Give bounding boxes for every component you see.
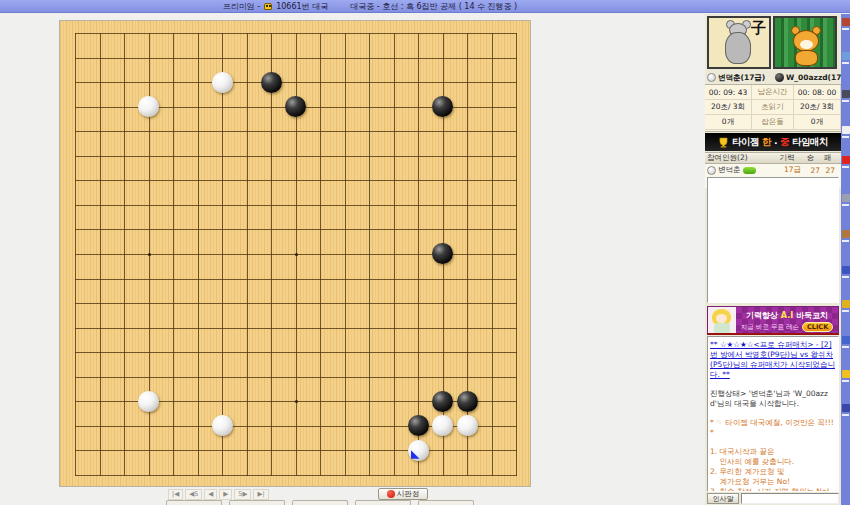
chat-message: 계가요청 거부는 No! (710, 477, 836, 487)
bottom-button[interactable] (166, 500, 222, 505)
player-names-row: 변덕춘(17급) W_00azzd(17급) (705, 71, 841, 84)
desktop-icon-label (842, 136, 849, 138)
premium-crown-icon (264, 3, 272, 10)
ad-line1: 기력향상 (746, 311, 778, 320)
grid-line-h (75, 279, 517, 280)
event-banner[interactable]: 타이젬 한·중 타임매치 (705, 133, 841, 151)
bottom-button[interactable] (229, 500, 285, 505)
white-player-avatar[interactable]: 子 (707, 16, 771, 69)
chat-input-field[interactable] (741, 493, 839, 504)
desktop-icon-label (842, 414, 849, 416)
grid-line-v (394, 33, 395, 476)
participant-wins: 27 (801, 166, 820, 175)
banner-text: · (774, 137, 777, 148)
desktop-icon[interactable] (842, 156, 850, 164)
chat-log[interactable]: ** ☆★☆★☆<프로 슈퍼매치> - [2]번 방에서 박영호(P9단)님 v… (707, 336, 839, 492)
byoyomi-label: 초읽기 (752, 100, 794, 115)
bottom-button[interactable] (355, 500, 411, 505)
desktop-icon-label (842, 240, 849, 242)
title-game-number: 10661번 대국 (276, 1, 328, 12)
stone-black-Q10 (432, 243, 453, 264)
member-list-area[interactable] (707, 177, 839, 303)
banner-text: 한 (762, 136, 771, 149)
stone-white-P2 (408, 440, 429, 461)
nav-button-4[interactable]: 5▶ (234, 489, 251, 500)
trophy-icon (718, 137, 729, 148)
chat-message[interactable]: ** ☆★☆★☆<프로 슈퍼매치> - [2]번 방에서 박영호(P9단)님 v… (710, 340, 836, 380)
grid-line-v (345, 33, 346, 476)
black-stone-icon (775, 73, 784, 82)
judge-button[interactable]: 시판정 (378, 488, 428, 500)
stone-white-G17 (212, 72, 233, 93)
participant-table-header: 참여인원(2) 기력 승 패 (705, 152, 841, 164)
stone-white-R3 (457, 415, 478, 436)
desktop-icon-label (842, 62, 849, 64)
black-player-name: W_00azzd(17급) (786, 73, 841, 83)
star-point (295, 400, 298, 403)
stone-black-R4 (457, 391, 478, 412)
ad-text-area: 기력향상 A.I 바둑코치 지금 바로 무료 레슨CLICK (736, 307, 838, 333)
desktop-edge (841, 14, 850, 505)
grid-line-v (516, 33, 517, 476)
stone-black-P3 (408, 415, 429, 436)
nav-button-1[interactable]: ◀5 (185, 489, 202, 500)
chat-message: 1. 대국시작과 끝은 (710, 447, 836, 457)
ad-line1b: 바둑코치 (796, 311, 828, 320)
anime-girl-face (716, 314, 727, 323)
black-player-name-cell: W_00azzd(17급) (773, 71, 841, 84)
chat-input-row: 인사말 (705, 493, 841, 505)
title-bar[interactable]: 프리미엄 - 10661번 대국 대국중 - 호선 : 흑 6집반 공제 ( 1… (0, 0, 850, 13)
participant-name: 변덕춘 (718, 165, 741, 175)
grid-line-h (75, 328, 517, 329)
white-stone-icon (707, 73, 716, 82)
desktop-icon[interactable] (842, 52, 850, 60)
chat-message: 2. 무리한 계가요청 및 (710, 467, 836, 477)
header-rank: 기력 (773, 153, 801, 163)
white-time: 00: 09: 43 (705, 85, 752, 100)
bottom-button[interactable] (292, 500, 348, 505)
tiger-body-icon (795, 50, 818, 66)
desktop-icon-label (842, 380, 849, 382)
desktop-icon[interactable] (842, 90, 850, 98)
clock-panel: 00: 09: 43 남은시간 00: 08: 00 20초/ 3회 초읽기 2… (705, 84, 841, 132)
nav-button-2[interactable]: ◀ (204, 489, 217, 500)
anime-girl-body (714, 323, 730, 334)
go-client-window: 프리미엄 - 10661번 대국 대국중 - 호선 : 흑 6집반 공제 ( 1… (0, 0, 850, 505)
desktop-icon-label (842, 276, 849, 278)
stone-black-J17 (261, 72, 282, 93)
go-board-grid[interactable] (75, 33, 517, 476)
white-stone-icon (707, 166, 716, 175)
table-row[interactable]: 변덕춘 17급 27 27 (705, 164, 841, 176)
chat-message: 진행상태> '변덕춘'님과 'W_00azzd'님의 대국을 시작합니다. (710, 389, 836, 409)
star-point (295, 253, 298, 256)
desktop-icon[interactable] (842, 18, 850, 26)
grid-line-h (75, 475, 517, 476)
white-player-name: 변덕춘(17급) (718, 73, 765, 83)
white-player-name-cell: 변덕춘(17급) (705, 71, 773, 84)
stone-black-Q16 (432, 96, 453, 117)
desktop-icon[interactable] (842, 370, 850, 378)
ad-click-button[interactable]: CLICK (802, 322, 833, 332)
grid-line-h (75, 377, 517, 378)
sidebar: 子 변덕춘(17급) W_00azzd(17급) 00: 09: 43 남은시간… (705, 14, 841, 505)
judge-icon (387, 490, 395, 498)
grid-line-h (75, 450, 517, 451)
stone-black-Q4 (432, 391, 453, 412)
desktop-icon-label (842, 204, 849, 206)
go-board-panel (59, 20, 531, 487)
chat-message: 인사의 예를 갖춥니다. (710, 457, 836, 467)
title-prefix: 프리미엄 - (223, 1, 260, 12)
desktop-icon-label (842, 346, 849, 348)
participant-losses: 27 (820, 166, 837, 175)
time-label: 남은시간 (752, 85, 794, 100)
nav-button-5[interactable]: ▶| (253, 489, 268, 500)
header-participants: 참여인원(2) (705, 153, 773, 163)
stone-white-G3 (212, 415, 233, 436)
tiger-muzzle-icon (800, 40, 813, 49)
move-navigation: |◀◀5◀▶5▶▶| (168, 489, 269, 500)
desktop-icon[interactable] (842, 266, 850, 274)
banner-text: 타임매치 (792, 136, 828, 149)
judge-label: 시판정 (397, 489, 420, 499)
last-move-marker (411, 450, 420, 459)
white-captures: 0개 (705, 115, 752, 130)
black-time: 00: 08: 00 (794, 85, 841, 100)
desktop-icon[interactable] (842, 230, 850, 238)
chat-message: * ☞ 타이젬 대국예절, 이것만은 꼭!!! * (710, 418, 836, 438)
ad-character-image (708, 307, 736, 333)
captures-label: 잡은돌 (752, 115, 794, 130)
title-status: 대국중 - 호선 : 흑 6집반 공제 ( 14 수 진행중 ) (350, 1, 517, 12)
white-byoyomi: 20초/ 3회 (705, 100, 752, 115)
grid-line-v (492, 33, 493, 476)
hanzi-glyph: 子 (751, 19, 766, 38)
banner-text: 중 (780, 136, 789, 149)
desktop-icon-label (842, 100, 849, 102)
stone-white-D4 (138, 391, 159, 412)
bottom-button[interactable] (418, 500, 474, 505)
desktop-icon-label (842, 28, 849, 30)
grid-line-h (75, 352, 517, 353)
desktop-icon-label (842, 166, 849, 168)
grid-line-v (369, 33, 370, 476)
header-wins: 승 (801, 153, 820, 163)
desktop-icon[interactable] (842, 126, 850, 134)
nav-button-0[interactable]: |◀ (168, 489, 183, 500)
grid-line-h (75, 303, 517, 304)
stone-black-K16 (285, 96, 306, 117)
star-point (148, 253, 151, 256)
participant-rank: 17급 (773, 165, 801, 175)
mouse-body-icon (725, 32, 751, 64)
greeting-button[interactable]: 인사말 (707, 493, 739, 504)
ad-ai-label: A.I (781, 311, 793, 320)
desktop-icon[interactable] (842, 336, 850, 344)
stone-white-Q3 (432, 415, 453, 436)
green-badge-icon (743, 167, 756, 174)
desktop-icon[interactable] (842, 404, 850, 412)
header-losses: 패 (820, 153, 837, 163)
ad-banner[interactable]: 기력향상 A.I 바둑코치 지금 바로 무료 레슨CLICK (707, 306, 839, 335)
black-player-avatar[interactable] (773, 16, 837, 69)
ad-line2: 지금 바로 무료 레슨 (741, 323, 799, 332)
desktop-icon[interactable] (842, 300, 850, 308)
grid-line-v (320, 33, 321, 476)
desktop-icon-label (842, 310, 849, 312)
grid-line-v (418, 33, 419, 476)
stone-white-D16 (138, 96, 159, 117)
desktop-icon[interactable] (842, 194, 850, 202)
nav-button-3[interactable]: ▶ (219, 489, 232, 500)
banner-text: 타이젬 (732, 136, 759, 149)
chat-message: 3. 헌수 착점, 시간 지연 행위는 No! (710, 487, 836, 492)
black-byoyomi: 20초/ 3회 (794, 100, 841, 115)
black-captures: 0개 (794, 115, 841, 130)
